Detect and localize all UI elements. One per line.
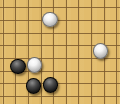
board-grid-line-horizontal [0,96,120,97]
board-grid-line-vertical [3,0,4,104]
board-grid-line-horizontal [0,83,120,84]
board-grid-line-horizontal [0,33,120,34]
board-grid-line-horizontal [0,20,120,21]
black-stone [43,77,59,93]
board-grid-line-horizontal [0,7,120,8]
white-stone [93,43,109,59]
board-grid-line-vertical [91,0,92,104]
black-stone [10,59,26,75]
white-stone [27,57,43,73]
go-board[interactable] [0,0,120,104]
black-stone [26,78,42,94]
board-grid-line-vertical [15,0,16,104]
board-grid-line-vertical [78,0,79,104]
board-grid-line-vertical [66,0,67,104]
go-app-window [0,0,120,104]
white-stone [42,12,58,28]
board-grid-line-vertical [116,0,117,104]
